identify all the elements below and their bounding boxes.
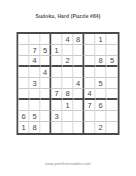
cell-r6c9	[107, 89, 118, 100]
cell-r2c3: 5	[41, 45, 52, 56]
cell-r3c5: 2	[63, 56, 74, 67]
cell-r4c1	[19, 67, 30, 78]
cell-r2c6	[74, 45, 85, 56]
cell-r5c1	[19, 78, 30, 89]
cell-r6c5: 8	[63, 89, 74, 100]
cell-r4c4	[52, 67, 63, 78]
cell-r3c1	[19, 56, 30, 67]
cell-r8c1: 6	[19, 111, 30, 122]
cell-r8c7	[85, 111, 96, 122]
page-title: Sudoku, Hard (Puzzle #84)	[0, 13, 136, 19]
cell-r6c4: 7	[52, 89, 63, 100]
cell-r1c8: 1	[96, 34, 107, 45]
cell-r9c9	[107, 122, 118, 133]
cell-r9c7	[85, 122, 96, 133]
cell-r1c3	[41, 34, 52, 45]
cell-r8c8	[96, 111, 107, 122]
footer-url: www.printfreesudoku.com	[0, 161, 136, 166]
cell-r2c5	[63, 45, 74, 56]
cell-r5c4	[52, 78, 63, 89]
cell-r5c8: 5	[96, 78, 107, 89]
cell-r5c6: 4	[74, 78, 85, 89]
cell-r7c2	[30, 100, 41, 111]
cell-r9c8: 2	[96, 122, 107, 133]
cell-r1c2	[30, 34, 41, 45]
cell-r7c1	[19, 100, 30, 111]
cell-r1c7	[85, 34, 96, 45]
cell-r7c6	[74, 100, 85, 111]
cell-r4c5	[63, 67, 74, 78]
cell-r5c2: 3	[30, 78, 41, 89]
cell-r6c8	[96, 89, 107, 100]
cell-r6c2	[30, 89, 41, 100]
cell-r6c3	[41, 89, 52, 100]
cell-r2c7	[85, 45, 96, 56]
cell-r3c2: 4	[30, 56, 41, 67]
cell-r1c6: 8	[74, 34, 85, 45]
cell-r4c7	[85, 67, 96, 78]
cell-r4c2	[30, 67, 41, 78]
cell-r5c9	[107, 78, 118, 89]
cell-r5c3	[41, 78, 52, 89]
sudoku-board: 48175142854345784176653182	[17, 32, 120, 135]
cell-r4c6	[74, 67, 85, 78]
cell-r8c6	[74, 111, 85, 122]
cell-r7c8: 6	[96, 100, 107, 111]
cell-r1c4	[52, 34, 63, 45]
cell-r1c9	[107, 34, 118, 45]
cell-r7c3	[41, 100, 52, 111]
cell-r9c1: 1	[19, 122, 30, 133]
cell-r7c9	[107, 100, 118, 111]
cell-r2c1	[19, 45, 30, 56]
cell-r6c7: 4	[85, 89, 96, 100]
cell-r1c1	[19, 34, 30, 45]
cell-r6c1	[19, 89, 30, 100]
cell-r9c5	[63, 122, 74, 133]
cell-r8c5	[63, 111, 74, 122]
cell-r7c7: 7	[85, 100, 96, 111]
sudoku-printable-page: Sudoku, Hard (Puzzle #84) 48175142854345…	[0, 0, 136, 176]
cell-r8c9	[107, 111, 118, 122]
cell-r4c3: 4	[41, 67, 52, 78]
cell-r9c2: 8	[30, 122, 41, 133]
cell-r8c3	[41, 111, 52, 122]
cell-r9c6	[74, 122, 85, 133]
cell-r7c5: 1	[63, 100, 74, 111]
cell-r2c9	[107, 45, 118, 56]
cell-r5c5	[63, 78, 74, 89]
cell-r2c4: 1	[52, 45, 63, 56]
cell-r5c7	[85, 78, 96, 89]
cell-r3c4	[52, 56, 63, 67]
cell-r3c6	[74, 56, 85, 67]
cell-r9c4	[52, 122, 63, 133]
cell-r3c8: 8	[96, 56, 107, 67]
cell-r2c8	[96, 45, 107, 56]
cell-r3c3	[41, 56, 52, 67]
cell-r2c2: 7	[30, 45, 41, 56]
cell-r8c2: 5	[30, 111, 41, 122]
cell-r3c9: 5	[107, 56, 118, 67]
cell-r8c4: 3	[52, 111, 63, 122]
cell-r7c4	[52, 100, 63, 111]
cell-r4c8	[96, 67, 107, 78]
cell-r6c6	[74, 89, 85, 100]
cell-r4c9	[107, 67, 118, 78]
cell-r1c5: 4	[63, 34, 74, 45]
cell-r3c7	[85, 56, 96, 67]
cell-r9c3	[41, 122, 52, 133]
